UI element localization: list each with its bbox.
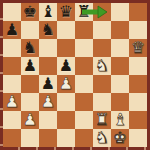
square-c5[interactable] [39,57,57,75]
square-d3[interactable] [57,93,75,111]
piece-black-pawn-b5[interactable]: ♟ [23,57,37,75]
square-e4[interactable] [75,75,93,93]
piece-white-rook-f2[interactable]: ♜ [95,111,109,129]
piece-white-pawn-a3[interactable]: ♟ [5,93,19,111]
square-e3[interactable] [75,93,93,111]
square-b8[interactable]: ♚ [21,3,39,21]
square-d6[interactable] [57,39,75,57]
square-a1[interactable] [3,129,21,147]
square-b6[interactable]: ♞ [21,39,39,57]
square-a7[interactable]: ♟ [3,21,21,39]
square-b4[interactable] [21,75,39,93]
square-b2[interactable]: ♟ [21,111,39,129]
piece-black-pawn-a7[interactable]: ♟ [5,21,19,39]
square-h2[interactable] [129,111,147,129]
piece-black-knight-c7[interactable]: ♞ [41,21,55,39]
piece-white-king-g1[interactable]: ♚ [113,129,127,147]
square-a6[interactable] [3,39,21,57]
square-a5[interactable] [3,57,21,75]
piece-black-king-b8[interactable]: ♚ [23,3,37,21]
square-a4[interactable] [3,75,21,93]
square-b1[interactable] [21,129,39,147]
square-d1[interactable] [57,129,75,147]
square-b3[interactable] [21,93,39,111]
piece-black-pawn-d5[interactable]: ♟ [59,57,73,75]
square-f3[interactable] [93,93,111,111]
piece-black-rook-e8[interactable]: ♜ [77,3,91,21]
square-g2[interactable]: ♝ [111,111,129,129]
square-g6[interactable] [111,39,129,57]
square-f7[interactable] [93,21,111,39]
piece-white-knight-f1[interactable]: ♞ [95,129,109,147]
square-h6[interactable]: ♛ [129,39,147,57]
square-h5[interactable] [129,57,147,75]
rank-tick-marks [0,3,3,147]
piece-black-knight-b6[interactable]: ♞ [23,39,37,57]
square-h1[interactable] [129,129,147,147]
piece-white-queen-h6[interactable]: ♛ [131,39,145,57]
file-tick-marks [3,147,147,150]
square-e2[interactable] [75,111,93,129]
piece-white-knight-f5[interactable]: ♞ [95,57,109,75]
piece-white-bishop-g2[interactable]: ♝ [113,111,127,129]
board-squares: ♚♝♛♜♟♞♞♛♟♟♞♟♟♟♟♟♜♝♞♚ [3,3,147,147]
square-g3[interactable] [111,93,129,111]
square-h3[interactable] [129,93,147,111]
square-d5[interactable]: ♟ [57,57,75,75]
square-e8[interactable]: ♜ [75,3,93,21]
square-f2[interactable]: ♜ [93,111,111,129]
square-c2[interactable] [39,111,57,129]
square-h7[interactable] [129,21,147,39]
square-a2[interactable] [3,111,21,129]
square-c7[interactable]: ♞ [39,21,57,39]
square-e5[interactable] [75,57,93,75]
square-g8[interactable] [111,3,129,21]
square-d2[interactable] [57,111,75,129]
square-g1[interactable]: ♚ [111,129,129,147]
square-a3[interactable]: ♟ [3,93,21,111]
square-c1[interactable] [39,129,57,147]
piece-black-queen-d8[interactable]: ♛ [59,3,73,21]
square-c6[interactable] [39,39,57,57]
chess-board[interactable]: ♚♝♛♜♟♞♞♛♟♟♞♟♟♟♟♟♜♝♞♚ [0,0,150,150]
square-h8[interactable] [129,3,147,21]
square-e6[interactable] [75,39,93,57]
piece-black-bishop-c8[interactable]: ♝ [41,3,55,21]
square-f1[interactable]: ♞ [93,129,111,147]
square-d4[interactable]: ♟ [57,75,75,93]
square-c3[interactable]: ♟ [39,93,57,111]
square-h4[interactable] [129,75,147,93]
piece-black-pawn-c4[interactable]: ♟ [41,75,55,93]
piece-white-pawn-d4[interactable]: ♟ [59,75,73,93]
piece-white-pawn-c3[interactable]: ♟ [41,93,55,111]
square-g5[interactable] [111,57,129,75]
square-f6[interactable] [93,39,111,57]
square-g4[interactable] [111,75,129,93]
square-d8[interactable]: ♛ [57,3,75,21]
square-c4[interactable]: ♟ [39,75,57,93]
square-e7[interactable] [75,21,93,39]
square-a8[interactable] [3,3,21,21]
square-d7[interactable] [57,21,75,39]
square-c8[interactable]: ♝ [39,3,57,21]
square-f5[interactable]: ♞ [93,57,111,75]
piece-white-pawn-b2[interactable]: ♟ [23,111,37,129]
square-f4[interactable] [93,75,111,93]
square-b5[interactable]: ♟ [21,57,39,75]
square-f8[interactable] [93,3,111,21]
square-g7[interactable] [111,21,129,39]
square-b7[interactable] [21,21,39,39]
square-e1[interactable] [75,129,93,147]
